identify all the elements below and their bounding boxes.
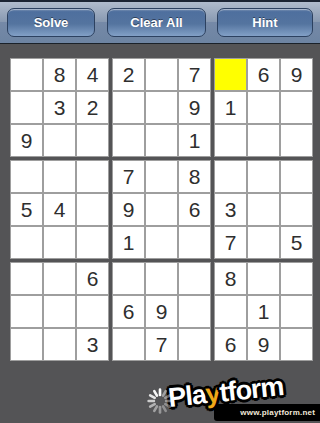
cell-r4c6[interactable]: 8 [178, 160, 211, 193]
cell-r4c5[interactable] [145, 160, 178, 193]
box-1: 84329 [10, 58, 109, 157]
cell-r6c6[interactable] [178, 226, 211, 259]
watermark-url: www.playtform.net [240, 408, 315, 417]
sudoku-board: 8432927916915478961375636978169 [10, 58, 313, 361]
cell-r4c9[interactable] [280, 160, 313, 193]
cell-r4c4[interactable]: 7 [112, 160, 145, 193]
cell-r5c2[interactable]: 4 [43, 193, 76, 226]
cell-r3c5[interactable] [145, 124, 178, 157]
cell-r7c8[interactable] [247, 262, 280, 295]
cell-r9c1[interactable] [10, 328, 43, 361]
cell-r2c3[interactable]: 2 [76, 91, 109, 124]
cell-r3c9[interactable] [280, 124, 313, 157]
cell-r7c1[interactable] [10, 262, 43, 295]
cell-r8c2[interactable] [43, 295, 76, 328]
cell-r9c9[interactable] [280, 328, 313, 361]
cell-r9c2[interactable] [43, 328, 76, 361]
cell-r4c7[interactable] [214, 160, 247, 193]
cell-r1c8[interactable]: 6 [247, 58, 280, 91]
cell-r7c4[interactable] [112, 262, 145, 295]
cell-r5c5[interactable] [145, 193, 178, 226]
cell-r3c6[interactable]: 1 [178, 124, 211, 157]
cell-r1c5[interactable] [145, 58, 178, 91]
cell-r5c4[interactable]: 9 [112, 193, 145, 226]
cell-r7c2[interactable] [43, 262, 76, 295]
hint-button[interactable]: Hint [217, 8, 313, 37]
cell-r4c2[interactable] [43, 160, 76, 193]
cell-r9c4[interactable] [112, 328, 145, 361]
solve-button[interactable]: Solve [7, 8, 95, 37]
cell-r2c9[interactable] [280, 91, 313, 124]
cell-r7c3[interactable]: 6 [76, 262, 109, 295]
cell-r5c8[interactable] [247, 193, 280, 226]
cell-r7c7[interactable]: 8 [214, 262, 247, 295]
cell-r7c9[interactable] [280, 262, 313, 295]
cell-r2c2[interactable]: 3 [43, 91, 76, 124]
cell-r2c8[interactable] [247, 91, 280, 124]
cell-r1c9[interactable]: 9 [280, 58, 313, 91]
cell-r6c9[interactable]: 5 [280, 226, 313, 259]
cell-r9c3[interactable]: 3 [76, 328, 109, 361]
cell-r6c4[interactable]: 1 [112, 226, 145, 259]
cell-r3c1[interactable]: 9 [10, 124, 43, 157]
cell-r1c6[interactable]: 7 [178, 58, 211, 91]
cell-r9c6[interactable] [178, 328, 211, 361]
cell-r4c1[interactable] [10, 160, 43, 193]
cell-r9c8[interactable]: 9 [247, 328, 280, 361]
cell-r8c7[interactable] [214, 295, 247, 328]
watermark-brand: Playtform [167, 371, 285, 414]
cell-r5c9[interactable] [280, 193, 313, 226]
box-8: 697 [112, 262, 211, 361]
cell-r1c1[interactable] [10, 58, 43, 91]
cell-r7c6[interactable] [178, 262, 211, 295]
cell-r8c1[interactable] [10, 295, 43, 328]
box-7: 63 [10, 262, 109, 361]
cell-r2c1[interactable] [10, 91, 43, 124]
clear-all-button[interactable]: Clear All [107, 8, 206, 37]
cell-r3c3[interactable] [76, 124, 109, 157]
cell-r5c3[interactable] [76, 193, 109, 226]
brand-text-pre: Pla [167, 379, 207, 413]
cell-r2c4[interactable] [112, 91, 145, 124]
watermark-banner: www.playtform.net [214, 404, 320, 421]
cell-r9c5[interactable]: 7 [145, 328, 178, 361]
cell-r3c8[interactable] [247, 124, 280, 157]
cell-r2c5[interactable] [145, 91, 178, 124]
box-4: 54 [10, 160, 109, 259]
cell-r9c7[interactable]: 6 [214, 328, 247, 361]
cell-r8c6[interactable] [178, 295, 211, 328]
cell-r5c6[interactable]: 6 [178, 193, 211, 226]
cell-r8c3[interactable] [76, 295, 109, 328]
cell-r3c2[interactable] [43, 124, 76, 157]
brand-text-accent: y [204, 378, 221, 409]
cell-r1c4[interactable]: 2 [112, 58, 145, 91]
cell-r4c8[interactable] [247, 160, 280, 193]
cell-r7c5[interactable] [145, 262, 178, 295]
cell-r3c7[interactable] [214, 124, 247, 157]
cell-r8c5[interactable]: 9 [145, 295, 178, 328]
brand-text-post: tform [218, 371, 285, 408]
loading-spinner-icon [146, 387, 174, 415]
box-6: 375 [214, 160, 313, 259]
cell-r6c3[interactable] [76, 226, 109, 259]
cell-r8c8[interactable]: 1 [247, 295, 280, 328]
cell-r6c2[interactable] [43, 226, 76, 259]
cell-r1c3[interactable]: 4 [76, 58, 109, 91]
cell-r1c7[interactable] [214, 58, 247, 91]
cell-r6c7[interactable]: 7 [214, 226, 247, 259]
cell-r6c5[interactable] [145, 226, 178, 259]
cell-r8c9[interactable] [280, 295, 313, 328]
box-5: 78961 [112, 160, 211, 259]
cell-r5c7[interactable]: 3 [214, 193, 247, 226]
cell-r4c3[interactable] [76, 160, 109, 193]
cell-r3c4[interactable] [112, 124, 145, 157]
box-2: 2791 [112, 58, 211, 157]
cell-r8c4[interactable]: 6 [112, 295, 145, 328]
box-3: 691 [214, 58, 313, 157]
cell-r1c2[interactable]: 8 [43, 58, 76, 91]
cell-r2c6[interactable]: 9 [178, 91, 211, 124]
cell-r5c1[interactable]: 5 [10, 193, 43, 226]
toolbar: Solve Clear All Hint [0, 0, 320, 44]
cell-r6c8[interactable] [247, 226, 280, 259]
cell-r6c1[interactable] [10, 226, 43, 259]
cell-r2c7[interactable]: 1 [214, 91, 247, 124]
box-9: 8169 [214, 262, 313, 361]
